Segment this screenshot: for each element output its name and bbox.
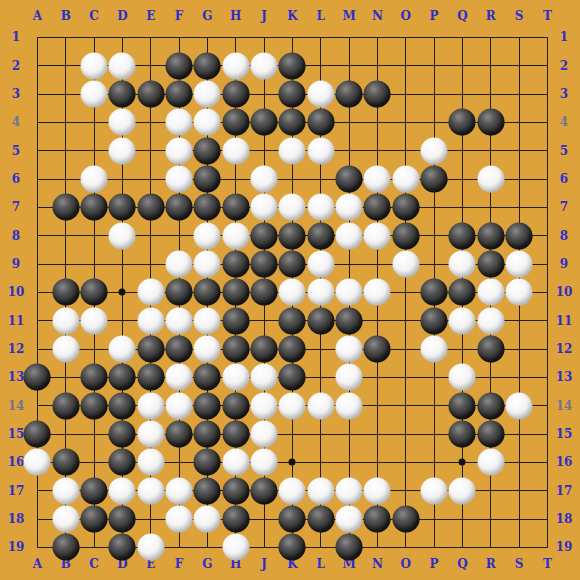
hoshi-dot (459, 459, 466, 466)
white-stone (449, 307, 476, 334)
white-stone (137, 477, 164, 504)
black-stone (222, 81, 249, 108)
white-stone (307, 194, 334, 221)
row-label-right: 3 (560, 88, 568, 100)
black-stone (222, 279, 249, 306)
row-label-right: 19 (556, 541, 573, 553)
black-stone (251, 251, 278, 278)
col-label-top: Q (457, 10, 467, 22)
col-label-bottom: R (486, 558, 496, 570)
row-label-right: 6 (560, 173, 568, 185)
row-label-right: 11 (556, 315, 573, 327)
row-label-right: 10 (556, 286, 573, 298)
white-stone (52, 477, 79, 504)
row-label-left: 8 (12, 230, 20, 242)
white-stone (449, 477, 476, 504)
black-stone (392, 506, 419, 533)
white-stone (336, 506, 363, 533)
black-stone (194, 194, 221, 221)
black-stone (194, 137, 221, 164)
black-stone (307, 109, 334, 136)
white-stone (336, 392, 363, 419)
white-stone (194, 506, 221, 533)
row-label-right: 12 (556, 343, 573, 355)
white-stone (251, 392, 278, 419)
white-stone (506, 251, 533, 278)
row-label-right: 13 (556, 371, 573, 383)
black-stone (449, 279, 476, 306)
black-stone (421, 307, 448, 334)
white-stone (336, 477, 363, 504)
white-stone (336, 194, 363, 221)
black-stone (222, 421, 249, 448)
row-label-left: 7 (12, 201, 20, 213)
black-stone (449, 421, 476, 448)
black-stone (137, 194, 164, 221)
black-stone (279, 109, 306, 136)
black-stone (166, 421, 193, 448)
white-stone (166, 251, 193, 278)
row-label-right: 15 (556, 428, 573, 440)
white-stone (166, 109, 193, 136)
row-label-right: 2 (560, 60, 568, 72)
col-label-bottom: G (202, 558, 212, 570)
row-label-left: 12 (8, 343, 25, 355)
black-stone (307, 307, 334, 334)
row-label-left: 6 (12, 173, 20, 185)
white-stone (194, 222, 221, 249)
col-label-bottom: O (400, 558, 410, 570)
black-stone (137, 364, 164, 391)
black-stone (109, 364, 136, 391)
white-stone (166, 364, 193, 391)
black-stone (421, 279, 448, 306)
white-stone (109, 109, 136, 136)
black-stone (251, 279, 278, 306)
white-stone (194, 251, 221, 278)
black-stone (506, 222, 533, 249)
white-stone (81, 52, 108, 79)
white-stone (251, 449, 278, 476)
black-stone (81, 506, 108, 533)
white-stone (307, 392, 334, 419)
black-stone (251, 477, 278, 504)
black-stone (364, 81, 391, 108)
white-stone (222, 52, 249, 79)
white-stone (307, 137, 334, 164)
row-label-left: 4 (12, 116, 20, 128)
row-label-left: 16 (8, 456, 25, 468)
row-label-right: 7 (560, 201, 568, 213)
white-stone (364, 279, 391, 306)
white-stone (477, 449, 504, 476)
col-label-bottom: J (261, 558, 267, 570)
col-label-top: F (175, 10, 184, 22)
black-stone (222, 392, 249, 419)
row-label-left: 10 (8, 286, 25, 298)
row-label-left: 14 (8, 400, 25, 412)
row-label-left: 5 (12, 145, 20, 157)
white-stone (222, 137, 249, 164)
row-label-right: 17 (556, 485, 573, 497)
black-stone (166, 52, 193, 79)
white-stone (307, 477, 334, 504)
row-label-left: 11 (8, 315, 25, 327)
white-stone (222, 534, 249, 561)
white-stone (137, 534, 164, 561)
white-stone (307, 279, 334, 306)
row-label-left: 18 (8, 513, 25, 525)
black-stone (109, 392, 136, 419)
black-stone (477, 109, 504, 136)
black-stone (364, 336, 391, 363)
row-label-left: 19 (8, 541, 25, 553)
white-stone (137, 449, 164, 476)
white-stone (421, 336, 448, 363)
black-stone (251, 336, 278, 363)
white-stone (166, 166, 193, 193)
white-stone (364, 477, 391, 504)
col-label-bottom: S (515, 558, 524, 570)
black-stone (166, 194, 193, 221)
black-stone (81, 364, 108, 391)
black-stone (336, 81, 363, 108)
col-label-bottom: C (89, 558, 99, 570)
white-stone (336, 364, 363, 391)
row-label-right: 5 (560, 145, 568, 157)
black-stone (449, 109, 476, 136)
white-stone (137, 421, 164, 448)
black-stone (194, 166, 221, 193)
white-stone (81, 166, 108, 193)
white-stone (307, 251, 334, 278)
row-label-left: 13 (8, 371, 25, 383)
col-label-top: G (202, 10, 212, 22)
black-stone (477, 336, 504, 363)
black-stone (477, 392, 504, 419)
white-stone (421, 137, 448, 164)
white-stone (336, 222, 363, 249)
black-stone (279, 251, 306, 278)
white-stone (222, 449, 249, 476)
black-stone (166, 279, 193, 306)
col-label-top: A (33, 10, 42, 22)
white-stone (421, 477, 448, 504)
black-stone (477, 251, 504, 278)
col-label-top: T (543, 10, 552, 22)
black-stone (279, 506, 306, 533)
white-stone (307, 81, 334, 108)
col-label-top: E (146, 10, 155, 22)
black-stone (222, 336, 249, 363)
black-stone (109, 534, 136, 561)
black-stone (109, 449, 136, 476)
white-stone (251, 166, 278, 193)
hoshi-dot (119, 289, 126, 296)
black-stone (307, 506, 334, 533)
black-stone (194, 477, 221, 504)
row-label-right: 8 (560, 230, 568, 242)
col-label-bottom: T (543, 558, 552, 570)
white-stone (279, 194, 306, 221)
black-stone (336, 166, 363, 193)
white-stone (279, 392, 306, 419)
black-stone (279, 307, 306, 334)
col-label-bottom: L (317, 558, 325, 570)
row-label-right: 14 (556, 400, 573, 412)
black-stone (307, 222, 334, 249)
black-stone (194, 421, 221, 448)
black-stone (222, 506, 249, 533)
white-stone (137, 392, 164, 419)
col-label-top: M (342, 10, 355, 22)
col-label-top: L (317, 10, 325, 22)
white-stone (336, 279, 363, 306)
black-stone (279, 336, 306, 363)
white-stone (279, 477, 306, 504)
white-stone (364, 166, 391, 193)
col-label-bottom: A (33, 558, 42, 570)
row-label-right: 16 (556, 456, 573, 468)
white-stone (137, 307, 164, 334)
black-stone (279, 52, 306, 79)
row-label-left: 15 (8, 428, 25, 440)
col-label-bottom: P (430, 558, 439, 570)
row-label-left: 1 (12, 31, 20, 43)
col-label-top: J (261, 10, 267, 22)
white-stone (166, 392, 193, 419)
white-stone (477, 166, 504, 193)
black-stone (364, 506, 391, 533)
white-stone (222, 364, 249, 391)
black-stone (137, 336, 164, 363)
white-stone (364, 222, 391, 249)
white-stone (194, 307, 221, 334)
row-label-right: 18 (556, 513, 573, 525)
col-label-top: S (515, 10, 524, 22)
black-stone (222, 194, 249, 221)
col-label-top: R (486, 10, 496, 22)
white-stone (109, 336, 136, 363)
black-stone (279, 364, 306, 391)
white-stone (251, 52, 278, 79)
black-stone (109, 194, 136, 221)
black-stone (24, 364, 51, 391)
black-stone (364, 194, 391, 221)
black-stone (194, 392, 221, 419)
row-label-left: 2 (12, 60, 20, 72)
white-stone (109, 137, 136, 164)
black-stone (24, 421, 51, 448)
white-stone (506, 279, 533, 306)
go-board-screen: AABBCCDDEEFFGGHHJJKKLLMMNNOOPPQQRRSSTT11… (0, 0, 580, 580)
white-stone (194, 109, 221, 136)
col-label-bottom: N (372, 558, 383, 570)
black-stone (251, 109, 278, 136)
black-stone (52, 449, 79, 476)
black-stone (137, 81, 164, 108)
white-stone (52, 506, 79, 533)
row-label-right: 4 (560, 116, 568, 128)
row-label-left: 17 (8, 485, 25, 497)
black-stone (222, 251, 249, 278)
black-stone (279, 222, 306, 249)
black-stone (421, 166, 448, 193)
black-stone (392, 222, 419, 249)
black-stone (392, 194, 419, 221)
black-stone (194, 364, 221, 391)
col-label-top: D (117, 10, 127, 22)
white-stone (251, 364, 278, 391)
black-stone (52, 279, 79, 306)
white-stone (251, 421, 278, 448)
white-stone (392, 251, 419, 278)
black-stone (166, 336, 193, 363)
black-stone (477, 421, 504, 448)
col-label-top: P (430, 10, 439, 22)
col-label-top: H (230, 10, 241, 22)
black-stone (81, 477, 108, 504)
grid-line-vertical (547, 37, 548, 548)
white-stone (166, 137, 193, 164)
white-stone (251, 194, 278, 221)
white-stone (279, 279, 306, 306)
white-stone (222, 222, 249, 249)
white-stone (449, 251, 476, 278)
white-stone (137, 279, 164, 306)
black-stone (109, 421, 136, 448)
row-label-right: 9 (560, 258, 568, 270)
white-stone (279, 137, 306, 164)
white-stone (109, 222, 136, 249)
white-stone (52, 307, 79, 334)
white-stone (109, 52, 136, 79)
row-label-left: 9 (12, 258, 20, 270)
white-stone (81, 81, 108, 108)
black-stone (279, 534, 306, 561)
hoshi-dot (289, 459, 296, 466)
black-stone (251, 222, 278, 249)
black-stone (109, 506, 136, 533)
white-stone (81, 307, 108, 334)
white-stone (449, 364, 476, 391)
black-stone (449, 392, 476, 419)
row-label-left: 3 (12, 88, 20, 100)
white-stone (194, 81, 221, 108)
black-stone (279, 81, 306, 108)
black-stone (52, 392, 79, 419)
white-stone (166, 506, 193, 533)
black-stone (336, 534, 363, 561)
black-stone (449, 222, 476, 249)
white-stone (392, 166, 419, 193)
grid-line-vertical (405, 37, 406, 548)
black-stone (81, 392, 108, 419)
col-label-top: C (89, 10, 99, 22)
white-stone (477, 307, 504, 334)
black-stone (52, 194, 79, 221)
col-label-top: N (372, 10, 383, 22)
black-stone (477, 222, 504, 249)
black-stone (52, 534, 79, 561)
black-stone (336, 307, 363, 334)
black-stone (194, 279, 221, 306)
black-stone (222, 109, 249, 136)
black-stone (222, 307, 249, 334)
black-stone (194, 52, 221, 79)
col-label-top: O (400, 10, 410, 22)
col-label-bottom: F (175, 558, 184, 570)
white-stone (109, 477, 136, 504)
col-label-top: B (61, 10, 71, 22)
white-stone (166, 307, 193, 334)
black-stone (81, 194, 108, 221)
white-stone (477, 279, 504, 306)
black-stone (194, 449, 221, 476)
col-label-bottom: Q (457, 558, 467, 570)
col-label-top: K (287, 10, 297, 22)
white-stone (506, 392, 533, 419)
white-stone (166, 477, 193, 504)
white-stone (336, 336, 363, 363)
row-label-right: 1 (560, 31, 568, 43)
black-stone (109, 81, 136, 108)
white-stone (24, 449, 51, 476)
black-stone (166, 81, 193, 108)
black-stone (81, 279, 108, 306)
black-stone (222, 477, 249, 504)
white-stone (194, 336, 221, 363)
white-stone (52, 336, 79, 363)
